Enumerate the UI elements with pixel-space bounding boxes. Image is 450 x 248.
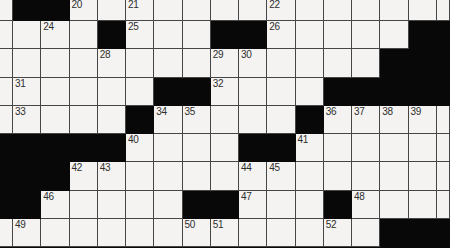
clue-number: 51 <box>213 219 224 230</box>
crossword-cell[interactable]: 28 <box>98 49 126 77</box>
black-cell <box>437 78 450 106</box>
clue-number: 42 <box>72 162 83 173</box>
crossword-cell[interactable] <box>0 78 13 106</box>
crossword-cell[interactable] <box>352 162 380 190</box>
crossword-cell[interactable]: 24 <box>41 21 69 49</box>
crossword-cell[interactable]: 47 <box>239 191 267 219</box>
clue-number: 49 <box>15 219 26 230</box>
black-cell <box>13 191 41 219</box>
clue-number: 30 <box>241 49 252 60</box>
black-cell <box>70 134 98 162</box>
crossword-cell[interactable] <box>296 191 324 219</box>
clue-number: 52 <box>326 219 337 230</box>
black-cell <box>98 134 126 162</box>
crossword-cell[interactable]: 39 <box>409 106 437 134</box>
crossword-cell[interactable] <box>211 0 239 21</box>
crossword-cell[interactable] <box>296 219 324 247</box>
black-cell <box>13 134 41 162</box>
crossword-cell[interactable] <box>352 219 380 247</box>
black-cell <box>409 49 437 77</box>
crossword-cell[interactable]: 40 <box>126 134 154 162</box>
black-cell <box>352 78 380 106</box>
crossword-cell[interactable]: 36 <box>324 106 352 134</box>
crossword-cell[interactable] <box>70 191 98 219</box>
crossword-cell[interactable]: 45 <box>267 162 295 190</box>
crossword-cell[interactable] <box>239 219 267 247</box>
crossword-cell[interactable] <box>183 134 211 162</box>
crossword-cell[interactable] <box>0 21 13 49</box>
crossword-grid: 2021222425262829303132333435363738394041… <box>0 0 450 248</box>
clue-number: 29 <box>213 49 224 60</box>
crossword-cell[interactable]: 43 <box>98 162 126 190</box>
crossword-cell[interactable] <box>324 134 352 162</box>
black-cell <box>380 78 408 106</box>
crossword-cell[interactable] <box>380 134 408 162</box>
crossword-cell[interactable] <box>70 78 98 106</box>
black-cell <box>41 134 69 162</box>
crossword-cell[interactable] <box>183 162 211 190</box>
black-cell <box>0 191 13 219</box>
black-cell <box>324 191 352 219</box>
crossword-cell[interactable] <box>211 106 239 134</box>
clue-number: 44 <box>241 162 252 173</box>
black-cell <box>409 219 437 247</box>
crossword-cell[interactable] <box>126 191 154 219</box>
black-cell <box>267 134 295 162</box>
crossword-cell[interactable] <box>409 134 437 162</box>
crossword-cell[interactable] <box>98 191 126 219</box>
crossword-cell[interactable] <box>211 134 239 162</box>
clue-number: 43 <box>100 162 111 173</box>
crossword-cell[interactable] <box>324 162 352 190</box>
crossword-cell[interactable] <box>296 21 324 49</box>
crossword-cell[interactable]: 30 <box>239 49 267 77</box>
crossword-cell[interactable] <box>296 49 324 77</box>
black-cell <box>239 21 267 49</box>
crossword-cell[interactable] <box>352 49 380 77</box>
crossword-cell[interactable] <box>98 106 126 134</box>
crossword-cell[interactable] <box>437 162 450 190</box>
crossword-cell[interactable] <box>409 0 437 21</box>
crossword-cell[interactable] <box>324 21 352 49</box>
crossword-cell[interactable] <box>98 0 126 21</box>
crossword-cell[interactable]: 26 <box>267 21 295 49</box>
clue-number: 48 <box>354 191 365 202</box>
crossword-cell[interactable] <box>267 106 295 134</box>
crossword-cell[interactable]: 20 <box>70 0 98 21</box>
crossword-cell[interactable] <box>380 21 408 49</box>
clue-number: 28 <box>100 49 111 60</box>
crossword-cell[interactable] <box>239 78 267 106</box>
crossword-cell[interactable] <box>183 21 211 49</box>
crossword-cell[interactable] <box>41 78 69 106</box>
crossword-cell[interactable]: 42 <box>70 162 98 190</box>
crossword-cell[interactable]: 21 <box>126 0 154 21</box>
crossword-cell[interactable] <box>126 162 154 190</box>
black-cell <box>98 21 126 49</box>
crossword-cell[interactable]: 37 <box>352 106 380 134</box>
crossword-cell[interactable] <box>0 49 13 77</box>
clue-number: 31 <box>15 78 26 89</box>
crossword-cell[interactable] <box>154 49 182 77</box>
black-cell <box>239 134 267 162</box>
crossword-cell[interactable] <box>352 134 380 162</box>
clue-number: 50 <box>185 219 196 230</box>
crossword-cell[interactable]: 41 <box>296 134 324 162</box>
black-cell <box>296 106 324 134</box>
crossword-cell[interactable] <box>296 0 324 21</box>
black-cell <box>211 21 239 49</box>
crossword-cell[interactable] <box>0 219 13 247</box>
clue-number: 34 <box>156 106 167 117</box>
clue-number: 33 <box>15 106 26 117</box>
crossword-cell[interactable] <box>183 49 211 77</box>
crossword-cell[interactable] <box>239 0 267 21</box>
black-cell <box>183 191 211 219</box>
crossword-cell[interactable] <box>324 49 352 77</box>
clue-number: 46 <box>43 191 54 202</box>
crossword-cell[interactable] <box>70 106 98 134</box>
crossword-cell[interactable] <box>41 49 69 77</box>
crossword-cell[interactable] <box>239 106 267 134</box>
black-cell <box>41 0 69 21</box>
crossword-cell[interactable] <box>126 219 154 247</box>
crossword-cell[interactable] <box>267 191 295 219</box>
crossword-cell[interactable]: 50 <box>183 219 211 247</box>
black-cell <box>0 162 13 190</box>
crossword-cell[interactable] <box>0 106 13 134</box>
crossword-cell[interactable] <box>267 219 295 247</box>
crossword-cell[interactable] <box>126 78 154 106</box>
crossword-cell[interactable] <box>352 0 380 21</box>
black-cell <box>409 21 437 49</box>
crossword-cell[interactable]: 49 <box>13 219 41 247</box>
clue-number: 35 <box>185 106 196 117</box>
black-cell <box>437 49 450 77</box>
crossword-cell[interactable]: 38 <box>380 106 408 134</box>
crossword-cell[interactable] <box>154 162 182 190</box>
crossword-cell[interactable] <box>437 191 450 219</box>
crossword-cell[interactable] <box>70 21 98 49</box>
black-cell <box>13 162 41 190</box>
crossword-cell[interactable] <box>324 0 352 21</box>
crossword-cell[interactable] <box>13 21 41 49</box>
clue-number: 26 <box>269 21 280 32</box>
crossword-cell[interactable] <box>126 49 154 77</box>
crossword-cell[interactable] <box>352 21 380 49</box>
crossword-cell[interactable] <box>154 191 182 219</box>
crossword-cell[interactable]: 33 <box>13 106 41 134</box>
black-cell <box>437 219 450 247</box>
crossword-cell[interactable] <box>154 134 182 162</box>
crossword-cell[interactable] <box>41 106 69 134</box>
black-cell <box>13 0 41 21</box>
crossword-cell[interactable] <box>380 162 408 190</box>
crossword-cell[interactable] <box>154 21 182 49</box>
black-cell <box>380 219 408 247</box>
crossword-cell[interactable] <box>437 134 450 162</box>
clue-number: 39 <box>411 106 422 117</box>
crossword-cell[interactable] <box>70 49 98 77</box>
crossword-board-viewport: 2021222425262829303132333435363738394041… <box>0 0 450 248</box>
crossword-cell[interactable] <box>0 0 13 21</box>
crossword-cell[interactable] <box>380 0 408 21</box>
crossword-cell[interactable] <box>98 78 126 106</box>
crossword-cell[interactable] <box>154 219 182 247</box>
crossword-cell[interactable] <box>13 49 41 77</box>
crossword-cell[interactable]: 29 <box>211 49 239 77</box>
clue-number: 24 <box>43 21 54 32</box>
clue-number: 25 <box>128 21 139 32</box>
crossword-cell[interactable]: 31 <box>13 78 41 106</box>
crossword-cell[interactable] <box>267 49 295 77</box>
clue-number: 41 <box>298 134 309 145</box>
crossword-cell[interactable] <box>267 78 295 106</box>
crossword-cell[interactable]: 48 <box>352 191 380 219</box>
black-cell <box>211 191 239 219</box>
crossword-cell[interactable] <box>380 191 408 219</box>
crossword-cell[interactable] <box>183 0 211 21</box>
clue-number: 47 <box>241 191 252 202</box>
crossword-cell[interactable]: 51 <box>211 219 239 247</box>
black-cell <box>324 78 352 106</box>
crossword-cell[interactable]: 22 <box>267 0 295 21</box>
black-cell <box>380 49 408 77</box>
crossword-cell[interactable] <box>98 219 126 247</box>
black-cell <box>0 134 13 162</box>
crossword-cell[interactable] <box>41 219 69 247</box>
clue-number: 22 <box>269 0 280 10</box>
crossword-cell[interactable] <box>296 162 324 190</box>
crossword-cell[interactable] <box>154 0 182 21</box>
clue-number: 36 <box>326 106 337 117</box>
crossword-cell[interactable]: 46 <box>41 191 69 219</box>
black-cell <box>437 21 450 49</box>
crossword-cell[interactable] <box>70 219 98 247</box>
crossword-cell[interactable]: 44 <box>239 162 267 190</box>
crossword-cell[interactable] <box>409 191 437 219</box>
clue-number: 38 <box>382 106 393 117</box>
crossword-cell[interactable] <box>437 106 450 134</box>
crossword-cell[interactable] <box>437 0 450 21</box>
clue-number: 37 <box>354 106 365 117</box>
crossword-cell[interactable]: 35 <box>183 106 211 134</box>
black-cell <box>183 78 211 106</box>
clue-number: 32 <box>213 78 224 89</box>
clue-number: 21 <box>128 0 139 10</box>
clue-number: 45 <box>269 162 280 173</box>
crossword-cell[interactable]: 25 <box>126 21 154 49</box>
crossword-cell[interactable]: 52 <box>324 219 352 247</box>
black-cell <box>41 162 69 190</box>
crossword-cell[interactable]: 32 <box>211 78 239 106</box>
black-cell <box>154 78 182 106</box>
crossword-cell[interactable] <box>409 162 437 190</box>
crossword-cell[interactable]: 34 <box>154 106 182 134</box>
crossword-cell[interactable] <box>296 78 324 106</box>
black-cell <box>126 106 154 134</box>
clue-number: 20 <box>72 0 83 10</box>
clue-number: 40 <box>128 134 139 145</box>
black-cell <box>409 78 437 106</box>
crossword-cell[interactable] <box>211 162 239 190</box>
